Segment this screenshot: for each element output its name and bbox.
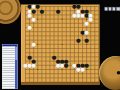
star-point — [60, 42, 64, 46]
board-front-edge — [21, 82, 100, 85]
stone-white: ● — [85, 21, 89, 25]
star-point-dot — [86, 44, 87, 45]
stone-white: ● — [28, 25, 32, 29]
window-button-icon[interactable] — [116, 7, 120, 10]
star-point-dot — [86, 69, 87, 70]
board-stones: ●●●●●●●●●●●●●●●●●●●●●●●●●●●●●●●●●●●●●●●●… — [23, 4, 100, 84]
bowl-knob — [117, 71, 120, 75]
scrollbar-thumb[interactable] — [15, 47, 17, 60]
stone-black: ● — [32, 9, 36, 13]
stone-white: ● — [32, 42, 36, 46]
minimized-titlebar-fragment[interactable] — [104, 7, 120, 12]
star-point-dot — [37, 18, 38, 19]
stone-white: ● — [85, 30, 89, 34]
move-list-scrollbar[interactable] — [15, 47, 17, 89]
window-button-icon[interactable] — [113, 7, 116, 10]
go-bowl — [99, 56, 120, 90]
stone-black: ● — [85, 38, 89, 42]
star-point-dot — [37, 44, 38, 45]
move-list-window[interactable] — [2, 44, 18, 89]
star-point — [36, 17, 40, 21]
stone-black: ● — [64, 63, 68, 67]
desktop: ●●●●●●●●●●●●●●●●●●●●●●●●●●●●●●●●●●●●●●●●… — [0, 0, 120, 90]
star-point-dot — [62, 44, 63, 45]
star-point — [36, 67, 40, 71]
stone-black: ● — [76, 38, 80, 42]
stone-white: ● — [32, 17, 36, 21]
stone-black: ● — [85, 63, 89, 67]
stone-white: ● — [32, 63, 36, 67]
go-board[interactable]: ●●●●●●●●●●●●●●●●●●●●●●●●●●●●●●●●●●●●●●●●… — [21, 5, 100, 86]
star-point-dot — [62, 69, 63, 70]
star-point-dot — [37, 69, 38, 70]
window-button-icon[interactable] — [105, 7, 108, 10]
stone-white: ● — [81, 67, 85, 71]
star-point-dot — [62, 18, 63, 19]
move-list-rows[interactable] — [3, 47, 16, 89]
go-bowl-lid — [0, 0, 21, 24]
stone-black: ● — [56, 9, 60, 13]
star-point — [60, 17, 64, 21]
star-point — [36, 42, 40, 46]
stone-black: ● — [40, 9, 44, 13]
window-button-icon[interactable] — [109, 7, 112, 10]
stone-white: ● — [89, 17, 93, 21]
